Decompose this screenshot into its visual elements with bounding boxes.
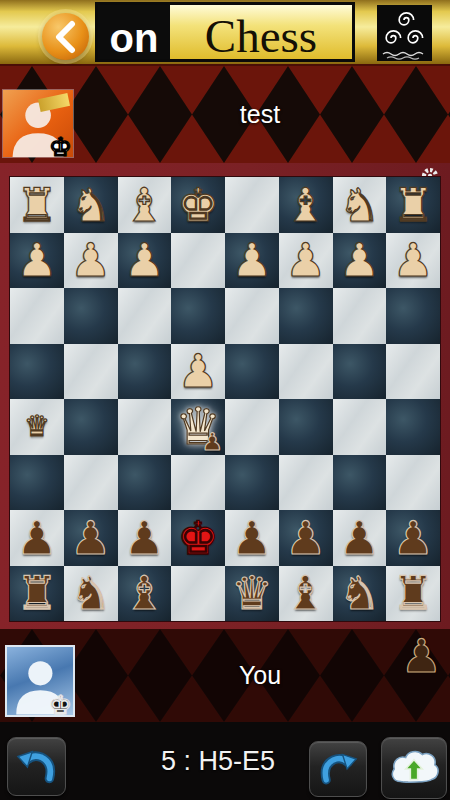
square-d6[interactable] <box>225 455 279 511</box>
square-e8[interactable] <box>171 566 225 622</box>
white-queen-ghost: ♛ <box>24 412 50 441</box>
square-e6[interactable] <box>171 455 225 511</box>
square-c8[interactable]: ♝ <box>279 566 333 622</box>
square-c6[interactable] <box>279 455 333 511</box>
white-pawn: ♟ <box>178 348 219 394</box>
square-d4[interactable] <box>225 344 279 400</box>
square-c7[interactable]: ♟ <box>279 510 333 566</box>
square-d3[interactable] <box>225 288 279 344</box>
square-b1[interactable]: ♞ <box>333 177 387 233</box>
square-d5[interactable] <box>225 399 279 455</box>
black-rook: ♜ <box>16 570 57 616</box>
square-b3[interactable] <box>333 288 387 344</box>
back-button[interactable] <box>42 13 89 60</box>
square-a1[interactable]: ♜ <box>386 177 440 233</box>
square-b8[interactable]: ♞ <box>333 566 387 622</box>
black-rook: ♜ <box>393 570 434 616</box>
square-g1[interactable]: ♞ <box>64 177 118 233</box>
logo-on-text: on <box>98 5 170 59</box>
upload-button[interactable] <box>381 737 447 799</box>
white-bishop: ♝ <box>285 182 326 228</box>
captured-black-pawn-icon: ♟ <box>401 633 442 679</box>
square-h8[interactable]: ♜ <box>10 566 64 622</box>
square-f4[interactable] <box>118 344 172 400</box>
square-g8[interactable]: ♞ <box>64 566 118 622</box>
black-pawn: ♟ <box>285 515 326 561</box>
square-f6[interactable] <box>118 455 172 511</box>
black-pawn: ♟ <box>393 515 434 561</box>
square-h1[interactable]: ♜ <box>10 177 64 233</box>
player-name: You <box>80 629 440 722</box>
square-f7[interactable]: ♟ <box>118 510 172 566</box>
square-a5[interactable] <box>386 399 440 455</box>
white-rook: ♜ <box>16 182 57 228</box>
black-pawn: ♟ <box>124 515 165 561</box>
square-h7[interactable]: ♟ <box>10 510 64 566</box>
black-bishop: ♝ <box>124 570 165 616</box>
square-d8[interactable]: ♛ <box>225 566 279 622</box>
black-knight: ♞ <box>339 570 380 616</box>
player-bar: ♚ You ♟ <box>0 629 450 722</box>
back-chevron-icon <box>51 20 81 54</box>
square-h5[interactable]: ♛ <box>10 399 64 455</box>
opponent-avatar[interactable]: ♚ <box>3 90 73 157</box>
white-pawn: ♟ <box>231 237 272 283</box>
undo-arrow-icon <box>16 746 58 788</box>
redo-button[interactable] <box>309 741 367 797</box>
opponent-bar: ♚ test <box>0 66 450 163</box>
square-c2[interactable]: ♟ <box>279 233 333 289</box>
logo-chess-text: Chess <box>170 5 352 59</box>
square-h3[interactable] <box>10 288 64 344</box>
square-e1[interactable]: ♚ <box>171 177 225 233</box>
square-b7[interactable]: ♟ <box>333 510 387 566</box>
square-e4[interactable]: ♟ <box>171 344 225 400</box>
bottom-toolbar: 5 : H5-E5 <box>0 722 450 800</box>
square-a8[interactable]: ♜ <box>386 566 440 622</box>
white-king-side-icon: ♚ <box>49 134 72 157</box>
square-f3[interactable] <box>118 288 172 344</box>
square-b4[interactable] <box>333 344 387 400</box>
square-c3[interactable] <box>279 288 333 344</box>
square-e2[interactable] <box>171 233 225 289</box>
square-f2[interactable]: ♟ <box>118 233 172 289</box>
black-pawn: ♟ <box>70 515 111 561</box>
square-c4[interactable] <box>279 344 333 400</box>
square-h4[interactable] <box>10 344 64 400</box>
triskelion-logo-icon <box>377 5 432 61</box>
white-pawn: ♟ <box>285 237 326 283</box>
square-g5[interactable] <box>64 399 118 455</box>
square-b5[interactable] <box>333 399 387 455</box>
white-knight: ♞ <box>70 182 111 228</box>
black-pawn: ♟ <box>16 515 57 561</box>
app-screen: on Chess <box>0 0 450 800</box>
cloud-upload-icon <box>389 747 439 789</box>
player-avatar[interactable]: ♚ <box>5 645 75 717</box>
square-a4[interactable] <box>386 344 440 400</box>
captured-black-pawn-overlay: ♟ <box>201 430 223 454</box>
white-rook: ♜ <box>393 182 434 228</box>
square-f1[interactable]: ♝ <box>118 177 172 233</box>
white-knight: ♞ <box>339 182 380 228</box>
chess-board: ♜♞♝♚♝♞♜♟♟♟♟♟♟♟♟♛♛♟♟♟♟♚♟♟♟♟♜♞♝♛♝♞♜ <box>10 177 440 621</box>
white-pawn: ♟ <box>124 237 165 283</box>
black-bishop: ♝ <box>285 570 326 616</box>
undo-button[interactable] <box>7 737 66 796</box>
square-c1[interactable]: ♝ <box>279 177 333 233</box>
square-e3[interactable] <box>171 288 225 344</box>
white-pawn: ♟ <box>16 237 57 283</box>
square-b2[interactable]: ♟ <box>333 233 387 289</box>
square-g7[interactable]: ♟ <box>64 510 118 566</box>
white-pawn: ♟ <box>393 237 434 283</box>
square-e7[interactable]: ♚ <box>171 510 225 566</box>
white-king: ♚ <box>178 182 219 228</box>
square-d7[interactable]: ♟ <box>225 510 279 566</box>
opponent-name: test <box>80 66 440 163</box>
redo-arrow-icon <box>318 749 358 789</box>
square-g4[interactable] <box>64 344 118 400</box>
square-c5[interactable] <box>279 399 333 455</box>
square-e5[interactable]: ♛♟ <box>171 399 225 455</box>
white-pawn: ♟ <box>70 237 111 283</box>
square-g6[interactable] <box>64 455 118 511</box>
square-h2[interactable]: ♟ <box>10 233 64 289</box>
square-a3[interactable] <box>386 288 440 344</box>
black-queen: ♛ <box>231 570 272 616</box>
square-f5[interactable] <box>118 399 172 455</box>
square-d1[interactable] <box>225 177 279 233</box>
square-g3[interactable] <box>64 288 118 344</box>
board-frame: ♜♞♝♚♝♞♜♟♟♟♟♟♟♟♟♛♛♟♟♟♟♚♟♟♟♟♜♞♝♛♝♞♜ <box>0 163 450 629</box>
app-logo: on Chess <box>95 2 355 62</box>
square-b6[interactable] <box>333 455 387 511</box>
black-king-side-icon: ♚ <box>49 692 72 717</box>
square-a6[interactable] <box>386 455 440 511</box>
square-h6[interactable] <box>10 455 64 511</box>
white-bishop: ♝ <box>124 182 165 228</box>
black-pawn: ♟ <box>231 515 272 561</box>
square-f8[interactable]: ♝ <box>118 566 172 622</box>
square-a7[interactable]: ♟ <box>386 510 440 566</box>
square-a2[interactable]: ♟ <box>386 233 440 289</box>
square-d2[interactable]: ♟ <box>225 233 279 289</box>
header-bar: on Chess <box>0 0 450 66</box>
square-g2[interactable]: ♟ <box>64 233 118 289</box>
black-king-in-check: ♚ <box>178 515 219 561</box>
black-knight: ♞ <box>70 570 111 616</box>
black-pawn: ♟ <box>339 515 380 561</box>
white-pawn: ♟ <box>339 237 380 283</box>
